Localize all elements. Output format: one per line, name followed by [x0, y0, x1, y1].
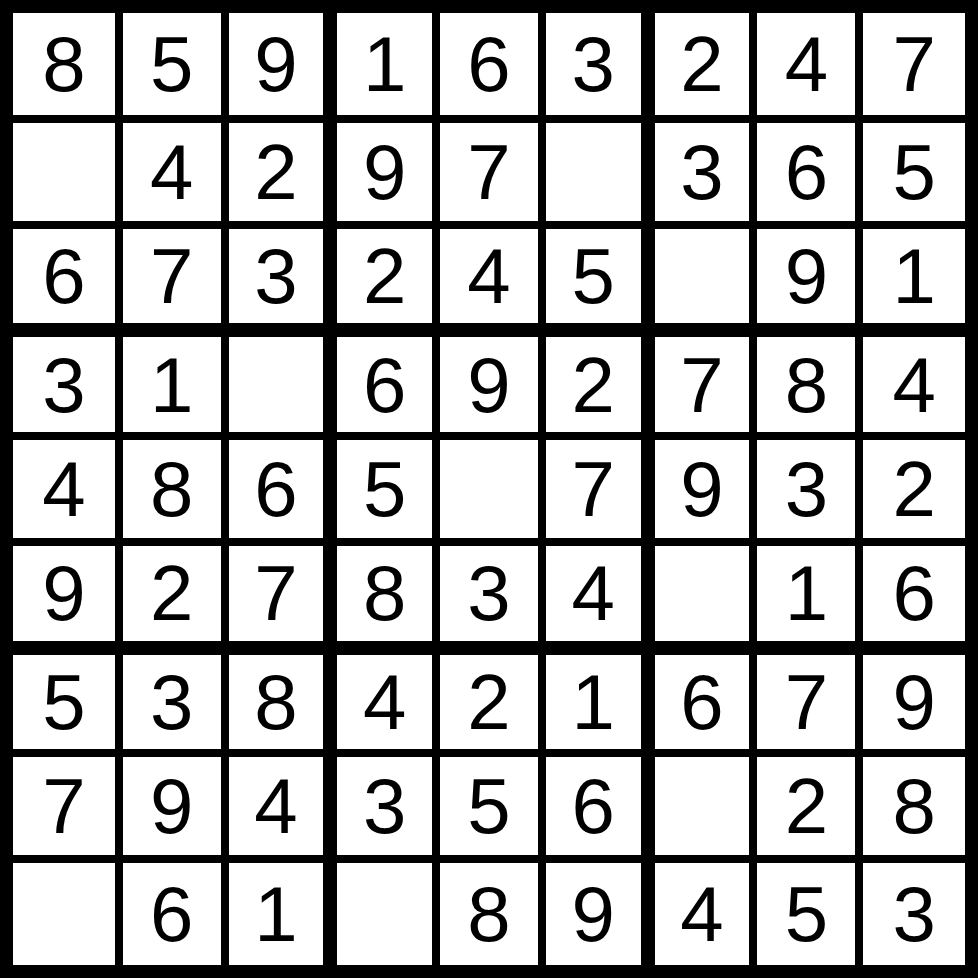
cell-r8c2[interactable]: 9 [119, 753, 225, 859]
cell-r7c1[interactable]: 5 [13, 648, 119, 754]
cell-r6c2[interactable]: 2 [119, 542, 225, 648]
cell-r3c8[interactable]: 9 [753, 225, 859, 331]
cell-r3c6[interactable]: 5 [542, 225, 648, 331]
cell-r9c5[interactable]: 8 [436, 859, 542, 965]
cell-r4c5[interactable]: 9 [436, 330, 542, 436]
cell-r3c9[interactable]: 1 [859, 225, 965, 331]
cell-r5c3[interactable]: 6 [225, 436, 331, 542]
cell-r9c2[interactable]: 6 [119, 859, 225, 965]
cell-r1c4[interactable]: 1 [330, 13, 436, 119]
cell-r3c3[interactable]: 3 [225, 225, 331, 331]
cell-r8c7[interactable] [648, 753, 754, 859]
cell-r1c9[interactable]: 7 [859, 13, 965, 119]
cell-r1c6[interactable]: 3 [542, 13, 648, 119]
cell-r8c3[interactable]: 4 [225, 753, 331, 859]
sudoku-board: 8591632474297365673245913169278448657932… [0, 0, 978, 978]
cell-r1c7[interactable]: 2 [648, 13, 754, 119]
cell-r2c1[interactable] [13, 119, 119, 225]
cell-r6c1[interactable]: 9 [13, 542, 119, 648]
cell-r6c9[interactable]: 6 [859, 542, 965, 648]
cell-r7c6[interactable]: 1 [542, 648, 648, 754]
cell-r1c5[interactable]: 6 [436, 13, 542, 119]
cell-r1c8[interactable]: 4 [753, 13, 859, 119]
cell-r6c3[interactable]: 7 [225, 542, 331, 648]
cell-r5c2[interactable]: 8 [119, 436, 225, 542]
cell-r3c5[interactable]: 4 [436, 225, 542, 331]
cell-r4c9[interactable]: 4 [859, 330, 965, 436]
cell-r6c8[interactable]: 1 [753, 542, 859, 648]
cell-r8c4[interactable]: 3 [330, 753, 436, 859]
cell-r7c5[interactable]: 2 [436, 648, 542, 754]
cell-r3c4[interactable]: 2 [330, 225, 436, 331]
cell-r9c8[interactable]: 5 [753, 859, 859, 965]
cell-r7c3[interactable]: 8 [225, 648, 331, 754]
cell-r2c3[interactable]: 2 [225, 119, 331, 225]
cell-r2c8[interactable]: 6 [753, 119, 859, 225]
cell-r5c6[interactable]: 7 [542, 436, 648, 542]
cell-r9c6[interactable]: 9 [542, 859, 648, 965]
cell-r3c2[interactable]: 7 [119, 225, 225, 331]
cell-r2c5[interactable]: 7 [436, 119, 542, 225]
cell-r1c1[interactable]: 8 [13, 13, 119, 119]
cell-r7c9[interactable]: 9 [859, 648, 965, 754]
cell-r6c4[interactable]: 8 [330, 542, 436, 648]
cell-r3c7[interactable] [648, 225, 754, 331]
cell-r2c7[interactable]: 3 [648, 119, 754, 225]
cell-r9c1[interactable] [13, 859, 119, 965]
cell-r4c8[interactable]: 8 [753, 330, 859, 436]
cell-r9c3[interactable]: 1 [225, 859, 331, 965]
cell-r2c2[interactable]: 4 [119, 119, 225, 225]
cell-r7c4[interactable]: 4 [330, 648, 436, 754]
cell-r2c6[interactable] [542, 119, 648, 225]
cell-r8c5[interactable]: 5 [436, 753, 542, 859]
cell-r6c6[interactable]: 4 [542, 542, 648, 648]
cell-r5c8[interactable]: 3 [753, 436, 859, 542]
cell-r9c4[interactable] [330, 859, 436, 965]
cell-r8c9[interactable]: 8 [859, 753, 965, 859]
cell-r4c4[interactable]: 6 [330, 330, 436, 436]
cell-r6c7[interactable] [648, 542, 754, 648]
cell-r5c7[interactable]: 9 [648, 436, 754, 542]
cell-r8c8[interactable]: 2 [753, 753, 859, 859]
cell-r2c4[interactable]: 9 [330, 119, 436, 225]
cell-r9c9[interactable]: 3 [859, 859, 965, 965]
cell-r9c7[interactable]: 4 [648, 859, 754, 965]
cell-r7c2[interactable]: 3 [119, 648, 225, 754]
cell-r1c2[interactable]: 5 [119, 13, 225, 119]
cell-r5c9[interactable]: 2 [859, 436, 965, 542]
cell-r4c1[interactable]: 3 [13, 330, 119, 436]
cell-r3c1[interactable]: 6 [13, 225, 119, 331]
cell-r7c7[interactable]: 6 [648, 648, 754, 754]
cell-r4c7[interactable]: 7 [648, 330, 754, 436]
sudoku-grid: 8591632474297365673245913169278448657932… [13, 13, 965, 965]
cell-r5c4[interactable]: 5 [330, 436, 436, 542]
cell-r1c3[interactable]: 9 [225, 13, 331, 119]
cell-r4c2[interactable]: 1 [119, 330, 225, 436]
cell-r6c5[interactable]: 3 [436, 542, 542, 648]
cell-r5c1[interactable]: 4 [13, 436, 119, 542]
cell-r8c6[interactable]: 6 [542, 753, 648, 859]
cell-r8c1[interactable]: 7 [13, 753, 119, 859]
cell-r5c5[interactable] [436, 436, 542, 542]
cell-r2c9[interactable]: 5 [859, 119, 965, 225]
cell-r4c3[interactable] [225, 330, 331, 436]
cell-r4c6[interactable]: 2 [542, 330, 648, 436]
cell-r7c8[interactable]: 7 [753, 648, 859, 754]
